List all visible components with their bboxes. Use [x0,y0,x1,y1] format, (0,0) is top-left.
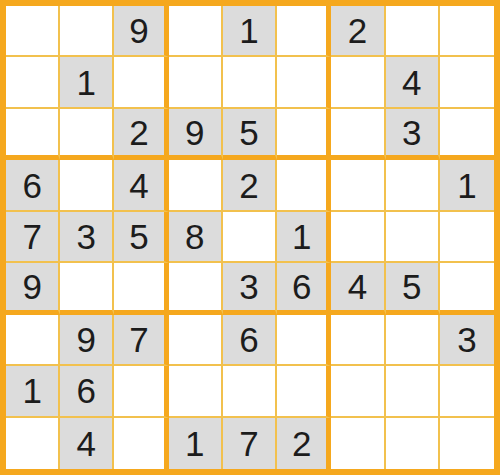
cell-r4c1[interactable]: 6 [6,160,60,211]
cell-r9c9[interactable] [440,418,494,469]
cell-r5c8[interactable] [386,212,440,263]
cell-r3c7[interactable] [331,109,385,160]
cell-r8c3[interactable] [114,366,168,417]
cell-r8c9[interactable] [440,366,494,417]
cell-r6c1[interactable]: 9 [6,263,60,314]
sudoku-board: 912142953642173581936459763164172 [0,0,500,475]
cell-r5c2[interactable]: 3 [60,212,114,263]
cell-r8c2[interactable]: 6 [60,366,114,417]
cell-r4c5[interactable]: 2 [223,160,277,211]
cell-r4c4[interactable] [169,160,223,211]
cell-r1c9[interactable] [440,6,494,57]
cell-r7c8[interactable] [386,315,440,366]
cell-r7c7[interactable] [331,315,385,366]
cell-r3c8[interactable]: 3 [386,109,440,160]
cell-r5c7[interactable] [331,212,385,263]
cell-r9c2[interactable]: 4 [60,418,114,469]
cell-r1c7[interactable]: 2 [331,6,385,57]
cell-r8c6[interactable] [277,366,331,417]
cell-r7c2[interactable]: 9 [60,315,114,366]
cell-r1c6[interactable] [277,6,331,57]
cell-r1c3[interactable]: 9 [114,6,168,57]
cell-r1c1[interactable] [6,6,60,57]
cell-r5c5[interactable] [223,212,277,263]
cell-r3c2[interactable] [60,109,114,160]
cell-r7c6[interactable] [277,315,331,366]
cell-r7c4[interactable] [169,315,223,366]
cell-r6c4[interactable] [169,263,223,314]
cell-r9c7[interactable] [331,418,385,469]
cell-r1c8[interactable] [386,6,440,57]
cell-r3c3[interactable]: 2 [114,109,168,160]
cell-r6c9[interactable] [440,263,494,314]
cell-r8c5[interactable] [223,366,277,417]
cell-r4c2[interactable] [60,160,114,211]
cell-r7c5[interactable]: 6 [223,315,277,366]
cell-r2c2[interactable]: 1 [60,57,114,108]
cell-r9c3[interactable] [114,418,168,469]
cell-r5c9[interactable] [440,212,494,263]
cell-r1c5[interactable]: 1 [223,6,277,57]
cell-r8c1[interactable]: 1 [6,366,60,417]
cell-r2c1[interactable] [6,57,60,108]
cell-r6c5[interactable]: 3 [223,263,277,314]
cell-r5c4[interactable]: 8 [169,212,223,263]
cell-r4c7[interactable] [331,160,385,211]
cell-r8c8[interactable] [386,366,440,417]
cell-r5c3[interactable]: 5 [114,212,168,263]
cell-r6c7[interactable]: 4 [331,263,385,314]
cell-r1c4[interactable] [169,6,223,57]
cell-r3c5[interactable]: 5 [223,109,277,160]
cell-r2c5[interactable] [223,57,277,108]
cell-r1c2[interactable] [60,6,114,57]
cell-r8c4[interactable] [169,366,223,417]
cell-r3c9[interactable] [440,109,494,160]
cell-r4c6[interactable] [277,160,331,211]
cell-r7c1[interactable] [6,315,60,366]
cell-r9c6[interactable]: 2 [277,418,331,469]
cell-r6c8[interactable]: 5 [386,263,440,314]
cell-r5c6[interactable]: 1 [277,212,331,263]
cell-r3c6[interactable] [277,109,331,160]
cell-r9c8[interactable] [386,418,440,469]
cell-r8c7[interactable] [331,366,385,417]
cell-r2c4[interactable] [169,57,223,108]
cell-r9c4[interactable]: 1 [169,418,223,469]
cell-r3c1[interactable] [6,109,60,160]
cell-r6c2[interactable] [60,263,114,314]
cell-r7c9[interactable]: 3 [440,315,494,366]
cell-r2c9[interactable] [440,57,494,108]
cell-r9c5[interactable]: 7 [223,418,277,469]
cell-r6c6[interactable]: 6 [277,263,331,314]
cell-r2c3[interactable] [114,57,168,108]
cell-r4c3[interactable]: 4 [114,160,168,211]
cell-r4c8[interactable] [386,160,440,211]
cell-r6c3[interactable] [114,263,168,314]
cell-r7c3[interactable]: 7 [114,315,168,366]
cell-r5c1[interactable]: 7 [6,212,60,263]
cell-r2c7[interactable] [331,57,385,108]
cell-r3c4[interactable]: 9 [169,109,223,160]
cell-r2c8[interactable]: 4 [386,57,440,108]
cell-r9c1[interactable] [6,418,60,469]
cell-r4c9[interactable]: 1 [440,160,494,211]
cell-r2c6[interactable] [277,57,331,108]
